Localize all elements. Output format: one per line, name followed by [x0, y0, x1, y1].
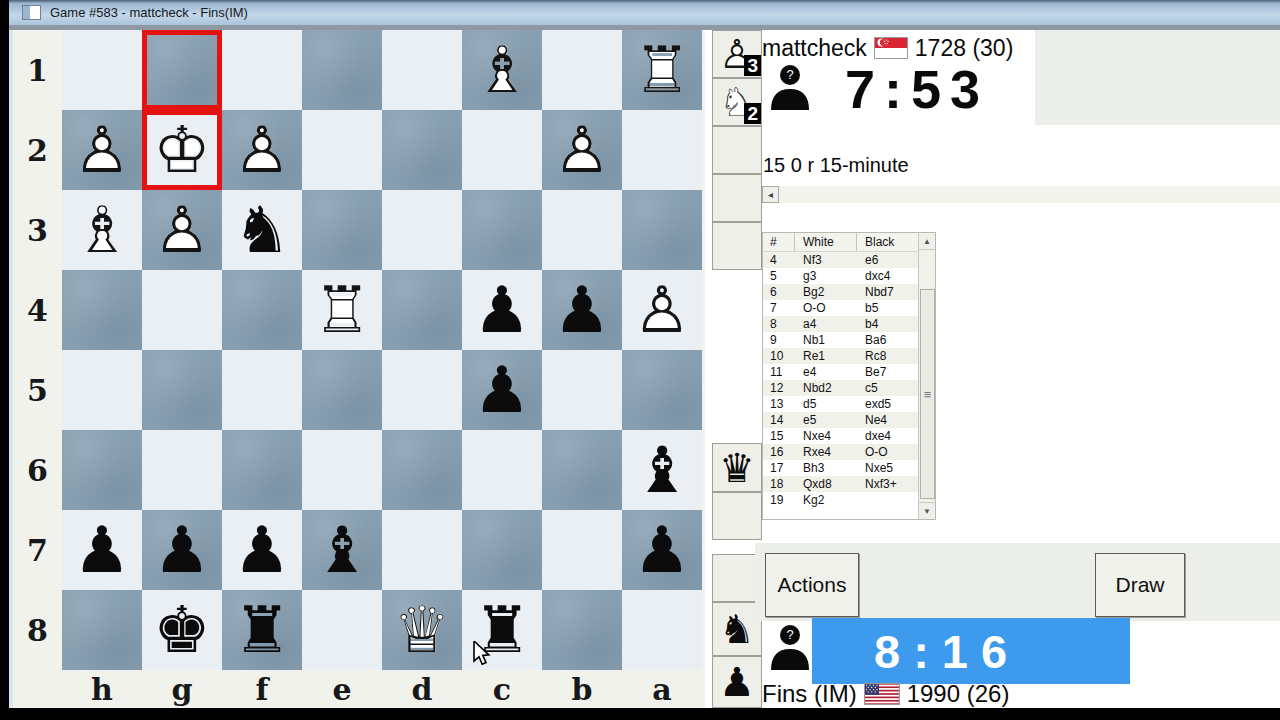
- rank-label: 2: [13, 110, 62, 190]
- square-e4[interactable]: ♜♖: [302, 270, 382, 350]
- draw-button[interactable]: Draw: [1095, 553, 1185, 617]
- square-h1[interactable]: [62, 30, 142, 110]
- square-g2[interactable]: ♚♔: [142, 110, 222, 190]
- square-b8[interactable]: [542, 590, 622, 670]
- black-piece: ♟: [462, 350, 542, 430]
- chess-board: ♝♗♜♖♟♙♚♔♟♙♟♙♝♗♟♙♞♜♖♟♟♟♙♟♝♟♟♟♝♟♚♜♛♕♜: [62, 30, 702, 670]
- bottom-player-name: Fins (IM): [762, 680, 857, 708]
- square-b2[interactable]: ♟♙: [542, 110, 622, 190]
- file-labels: hgfedcba: [62, 670, 702, 708]
- square-g8[interactable]: ♚: [142, 590, 222, 670]
- move-number: 18: [763, 476, 795, 492]
- black-move: Nxf3+: [857, 476, 918, 492]
- white-move: Bh3: [795, 460, 857, 476]
- black-piece: ♟: [222, 510, 302, 590]
- square-a3[interactable]: [622, 190, 702, 270]
- white-move: a4: [795, 316, 857, 332]
- square-h8[interactable]: [62, 590, 142, 670]
- rank-label: 1: [13, 30, 62, 110]
- black-move: b5: [857, 300, 918, 316]
- move-number: 6: [763, 284, 795, 300]
- white-move: e4: [795, 364, 857, 380]
- horizontal-scrollbar[interactable]: [762, 186, 1280, 203]
- file-label: g: [142, 670, 222, 708]
- tray-empty-cell: [712, 222, 762, 270]
- white-move: Nxe4: [795, 428, 857, 444]
- white-piece: ♙: [622, 270, 702, 350]
- black-move: Nbd7: [857, 284, 918, 300]
- scroll-down-icon[interactable]: [919, 502, 935, 519]
- square-c2[interactable]: [462, 110, 542, 190]
- square-f6[interactable]: [222, 430, 302, 510]
- move-row[interactable]: 15Nxe4dxe4: [763, 428, 935, 444]
- svg-text:?: ?: [786, 67, 793, 82]
- move-row[interactable]: 17Bh3Nxe5: [763, 460, 935, 476]
- black-move: dxc4: [857, 268, 918, 284]
- square-a2[interactable]: [622, 110, 702, 190]
- square-e6[interactable]: [302, 430, 382, 510]
- square-a4[interactable]: ♟♙: [622, 270, 702, 350]
- white-move: d5: [795, 396, 857, 412]
- move-number: 7: [763, 300, 795, 316]
- move-row[interactable]: 4Nf3e6: [763, 252, 935, 268]
- move-row[interactable]: 5g3dxc4: [763, 268, 935, 284]
- move-number: 8: [763, 316, 795, 332]
- tray-empty-cell: [712, 174, 762, 222]
- square-h7[interactable]: ♟: [62, 510, 142, 590]
- board-area: 12345678 ♝♗♜♖♟♙♚♔♟♙♟♙♝♗♟♙♞♜♖♟♟♟♙♟♝♟♟♟♝♟♚…: [13, 30, 705, 708]
- white-move: Bg2: [795, 284, 857, 300]
- scrollbar-thumb[interactable]: [920, 289, 935, 499]
- scroll-up-icon[interactable]: [919, 233, 935, 250]
- file-label: e: [302, 670, 382, 708]
- file-label: f: [222, 670, 302, 708]
- square-g3[interactable]: ♟♙: [142, 190, 222, 270]
- rank-label: 8: [13, 590, 62, 670]
- square-f5[interactable]: [222, 350, 302, 430]
- white-piece: ♗: [62, 190, 142, 270]
- tray-black-queen-icon: ♛: [712, 443, 762, 492]
- move-row[interactable]: 12Nbd2c5: [763, 380, 935, 396]
- square-d1[interactable]: [382, 30, 462, 110]
- move-row[interactable]: 8a4b4: [763, 316, 935, 332]
- side-panel: ♟♙3♞♘2♛♞♟ mattcheck 1728 (30) ? 7:53 15 …: [705, 30, 1280, 708]
- move-number: 9: [763, 332, 795, 348]
- square-g5[interactable]: [142, 350, 222, 430]
- square-f7[interactable]: ♟: [222, 510, 302, 590]
- scroll-left-icon[interactable]: [762, 186, 779, 203]
- rank-label: 6: [13, 430, 62, 510]
- black-move: b4: [857, 316, 918, 332]
- black-move: exd5: [857, 396, 918, 412]
- rank-label: 5: [13, 350, 62, 430]
- black-move: Be7: [857, 364, 918, 380]
- move-number: 19: [763, 492, 795, 508]
- bottom-player-rating: 1990 (26): [907, 680, 1010, 708]
- square-e8[interactable]: [302, 590, 382, 670]
- white-move: Rxe4: [795, 444, 857, 460]
- white-piece: ♖: [622, 30, 702, 110]
- white-piece: ♙: [542, 110, 622, 190]
- file-label: d: [382, 670, 462, 708]
- square-d7[interactable]: [382, 510, 462, 590]
- black-piece: ♟: [62, 510, 142, 590]
- top-player-clock: 7:53: [845, 58, 989, 120]
- file-label: c: [462, 670, 542, 708]
- move-number: 14: [763, 412, 795, 428]
- square-b4[interactable]: ♟: [542, 270, 622, 350]
- black-piece: ♞: [713, 603, 761, 655]
- move-row[interactable]: 19Kg2: [763, 492, 935, 508]
- tray-white-pawn-icon: ♟♙3: [712, 30, 762, 78]
- square-a6[interactable]: ♝: [622, 430, 702, 510]
- black-move: Nxe5: [857, 460, 918, 476]
- square-e7[interactable]: ♝: [302, 510, 382, 590]
- actions-button[interactable]: Actions: [765, 553, 859, 617]
- black-piece: ♜: [222, 590, 302, 670]
- square-d4[interactable]: [382, 270, 462, 350]
- square-c6[interactable]: [462, 430, 542, 510]
- move-row[interactable]: 9Nb1Ba6: [763, 332, 935, 348]
- move-number: 5: [763, 268, 795, 284]
- square-g1[interactable]: [142, 30, 222, 110]
- white-piece: ♙: [222, 110, 302, 190]
- square-b7[interactable]: [542, 510, 622, 590]
- black-move: Ne4: [857, 412, 918, 428]
- black-piece: ♟: [713, 657, 761, 707]
- square-b6[interactable]: [542, 430, 622, 510]
- move-number: 13: [763, 396, 795, 412]
- square-f2[interactable]: ♟♙: [222, 110, 302, 190]
- square-d8[interactable]: ♛♕: [382, 590, 462, 670]
- move-row[interactable]: 18Qxd8Nxf3+: [763, 476, 935, 492]
- tray-white-knight-icon: ♞♘2: [712, 78, 762, 126]
- title-bar: Game #583 - mattcheck - Fins(IM): [9, 0, 1280, 25]
- white-move: O-O: [795, 300, 857, 316]
- file-label: a: [622, 670, 702, 708]
- mouse-cursor: [472, 641, 494, 667]
- white-move: Re1: [795, 348, 857, 364]
- move-number: 11: [763, 364, 795, 380]
- black-move: Ba6: [857, 332, 918, 348]
- top-player-avatar-icon: ?: [769, 62, 811, 110]
- square-f1[interactable]: [222, 30, 302, 110]
- move-list-body: 4Nf3e65g3dxc46Bg2Nbd77O-Ob58a4b49Nb1Ba61…: [763, 252, 935, 508]
- square-g6[interactable]: [142, 430, 222, 510]
- square-c3[interactable]: [462, 190, 542, 270]
- square-f8[interactable]: ♜: [222, 590, 302, 670]
- square-c7[interactable]: [462, 510, 542, 590]
- rank-label: 7: [13, 510, 62, 590]
- square-g4[interactable]: [142, 270, 222, 350]
- app-icon: [22, 5, 41, 20]
- move-list-header-cell: White: [795, 233, 857, 251]
- square-b1[interactable]: [542, 30, 622, 110]
- tray-black-pawn-icon: ♟: [712, 656, 762, 708]
- square-e1[interactable]: [302, 30, 382, 110]
- move-number: 16: [763, 444, 795, 460]
- square-h5[interactable]: [62, 350, 142, 430]
- square-h2[interactable]: ♟♙: [62, 110, 142, 190]
- rank-label: 4: [13, 270, 62, 350]
- tray-empty-cell: [712, 126, 762, 174]
- move-number: 12: [763, 380, 795, 396]
- move-number: 4: [763, 252, 795, 268]
- black-piece: ♟: [462, 270, 542, 350]
- move-number: 15: [763, 428, 795, 444]
- move-row[interactable]: 14e5Ne4: [763, 412, 935, 428]
- square-c4[interactable]: ♟: [462, 270, 542, 350]
- white-piece: ♙: [142, 190, 222, 270]
- black-piece: ♝: [302, 510, 382, 590]
- white-move: Kg2: [795, 492, 857, 508]
- white-piece: ♕: [382, 590, 462, 670]
- black-piece: ♞: [222, 190, 302, 270]
- square-d3[interactable]: [382, 190, 462, 270]
- captured-count-badge: 2: [744, 103, 761, 124]
- square-d5[interactable]: [382, 350, 462, 430]
- tray-empty-cell: [712, 492, 762, 540]
- move-number: 17: [763, 460, 795, 476]
- move-list-scrollbar[interactable]: [918, 233, 935, 519]
- square-d2[interactable]: [382, 110, 462, 190]
- white-move: g3: [795, 268, 857, 284]
- move-number: 10: [763, 348, 795, 364]
- move-list[interactable]: #WhiteBlack4Nf3e65g3dxc46Bg2Nbd77O-Ob58a…: [762, 232, 936, 520]
- white-move: Nf3: [795, 252, 857, 268]
- file-label: h: [62, 670, 142, 708]
- black-move: O-O: [857, 444, 918, 460]
- move-row[interactable]: 6Bg2Nbd7: [763, 284, 935, 300]
- white-move: e5: [795, 412, 857, 428]
- white-piece: ♖: [302, 270, 382, 350]
- square-a8[interactable]: [622, 590, 702, 670]
- white-piece: ♙: [62, 110, 142, 190]
- square-c1[interactable]: ♝♗: [462, 30, 542, 110]
- square-f4[interactable]: [222, 270, 302, 350]
- black-move: e6: [857, 252, 918, 268]
- square-a7[interactable]: ♟: [622, 510, 702, 590]
- square-h4[interactable]: [62, 270, 142, 350]
- rank-labels: 12345678: [13, 30, 62, 670]
- svg-text:?: ?: [786, 627, 793, 642]
- black-move: [857, 492, 918, 508]
- square-f3[interactable]: ♞: [222, 190, 302, 270]
- black-piece: ♝: [622, 430, 702, 510]
- move-row[interactable]: 10Re1Rc8: [763, 348, 935, 364]
- white-move: Nbd2: [795, 380, 857, 396]
- square-e3[interactable]: [302, 190, 382, 270]
- square-g7[interactable]: ♟: [142, 510, 222, 590]
- window-title: Game #583 - mattcheck - Fins(IM): [50, 5, 248, 20]
- bottom-player-clock: 8:16: [812, 618, 1130, 684]
- white-move: Nb1: [795, 332, 857, 348]
- black-move: Rc8: [857, 348, 918, 364]
- square-h6[interactable]: [62, 430, 142, 510]
- singapore-flag-icon: [874, 37, 908, 59]
- black-move: c5: [857, 380, 918, 396]
- move-row[interactable]: 13d5exd5: [763, 396, 935, 412]
- captured-count-badge: 3: [744, 55, 761, 76]
- bottom-player-row: Fins (IM) 1990 (26): [762, 680, 1009, 708]
- square-e5[interactable]: [302, 350, 382, 430]
- black-piece: ♚: [142, 590, 222, 670]
- square-b5[interactable]: [542, 350, 622, 430]
- panel-corner: [1035, 30, 1280, 125]
- move-row[interactable]: 16Rxe4O-O: [763, 444, 935, 460]
- move-row[interactable]: 7O-Ob5: [763, 300, 935, 316]
- square-d6[interactable]: [382, 430, 462, 510]
- square-e2[interactable]: [302, 110, 382, 190]
- square-c5[interactable]: ♟: [462, 350, 542, 430]
- square-a1[interactable]: ♜♖: [622, 30, 702, 110]
- bottom-player-avatar-icon: ?: [769, 622, 811, 670]
- rank-label: 3: [13, 190, 62, 270]
- black-piece: ♟: [142, 510, 222, 590]
- white-piece: ♗: [462, 30, 542, 110]
- file-label: b: [542, 670, 622, 708]
- square-a5[interactable]: [622, 350, 702, 430]
- move-list-header-cell: Black: [857, 233, 918, 251]
- black-piece: ♛: [713, 444, 761, 491]
- move-list-header-cell: #: [763, 233, 795, 251]
- move-list-header: #WhiteBlack: [763, 233, 935, 252]
- black-move: dxe4: [857, 428, 918, 444]
- white-piece: ♔: [142, 110, 222, 190]
- square-b3[interactable]: [542, 190, 622, 270]
- move-row[interactable]: 11e4Be7: [763, 364, 935, 380]
- black-piece: ♟: [622, 510, 702, 590]
- usa-flag-icon: [864, 683, 900, 705]
- game-type-label: 15 0 r 15-minute: [763, 154, 909, 177]
- square-h3[interactable]: ♝♗: [62, 190, 142, 270]
- white-move: Qxd8: [795, 476, 857, 492]
- black-piece: ♟: [542, 270, 622, 350]
